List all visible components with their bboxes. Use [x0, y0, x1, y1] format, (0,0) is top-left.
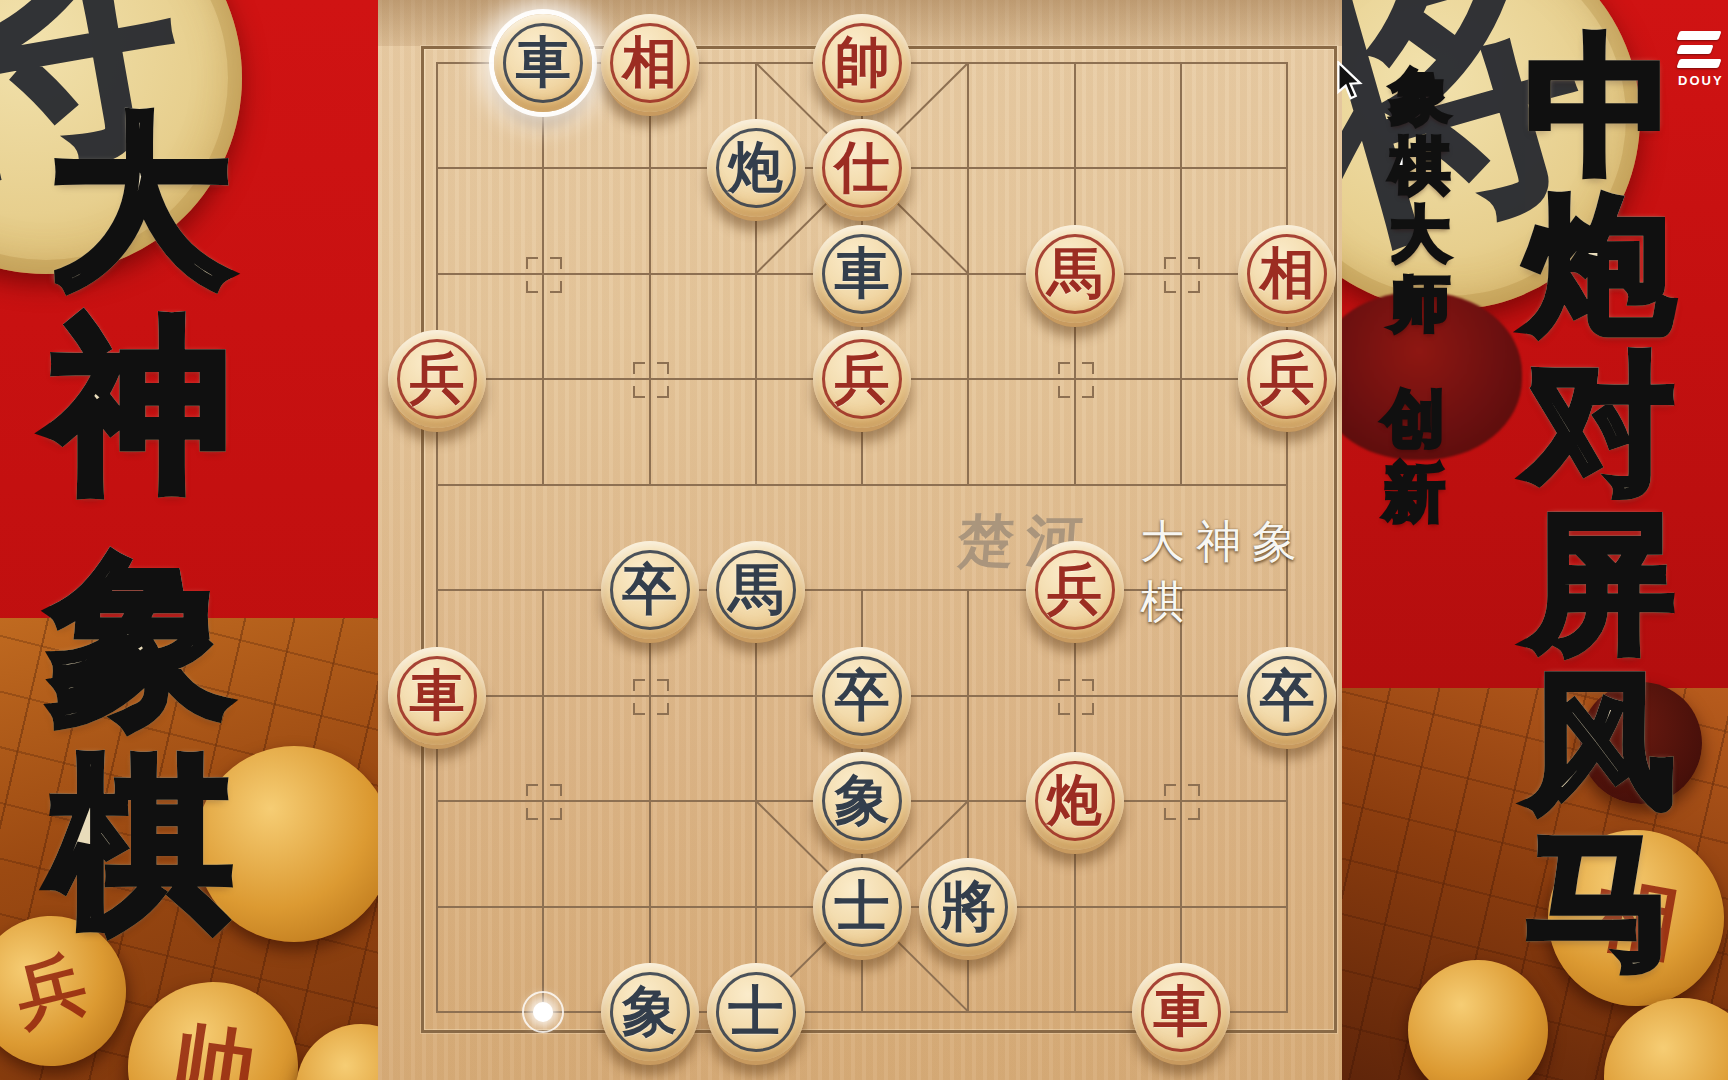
- piece-red-炮[interactable]: 炮: [1026, 752, 1124, 850]
- piece-red-兵[interactable]: 兵: [1238, 330, 1336, 428]
- piece-glyph: 兵: [813, 330, 911, 428]
- piece-red-相[interactable]: 相: [1238, 225, 1336, 323]
- piece-glyph: 士: [813, 858, 911, 956]
- left-banner: 将 兵 帅 大 神 象 棋: [0, 0, 378, 1080]
- title-char: 风: [1526, 662, 1674, 821]
- left-banner-title: 大 神 象 棋: [28, 100, 253, 944]
- title-char: 炮: [1526, 185, 1674, 344]
- right-banner-subtitle2: 创 新: [1376, 382, 1452, 530]
- piece-black-象[interactable]: 象: [601, 963, 699, 1061]
- mouse-cursor-icon: [1337, 61, 1365, 103]
- title-char: 神: [50, 303, 232, 506]
- douyin-logo-bar: [1676, 45, 1713, 54]
- piece-glyph: 象: [601, 963, 699, 1061]
- piece-glyph: 車: [813, 225, 911, 323]
- xiangqi-board: 楚河 漢界 大神象棋 車相帥炮仕車馬相兵兵兵卒馬兵車卒卒象炮士將象士車: [378, 0, 1342, 1080]
- piece-glyph: 炮: [707, 119, 805, 217]
- douyin-logo-text: DOUY: [1678, 73, 1728, 88]
- piece-red-兵[interactable]: 兵: [813, 330, 911, 428]
- piece-red-車[interactable]: 車: [1132, 963, 1230, 1061]
- piece-red-帥[interactable]: 帥: [813, 14, 911, 112]
- piece-black-士[interactable]: 士: [707, 963, 805, 1061]
- piece-glyph: 象: [813, 752, 911, 850]
- title-char: 棋: [50, 741, 232, 944]
- title-char: 马: [1526, 821, 1674, 980]
- subtitle-char: 象: [1390, 62, 1450, 131]
- subtitle-char: 棋: [1390, 131, 1450, 200]
- piece-red-仕[interactable]: 仕: [813, 119, 911, 217]
- piece-glyph: 仕: [813, 119, 911, 217]
- piece-glyph: 馬: [1026, 225, 1124, 323]
- douyin-logo: DOUY: [1678, 26, 1728, 88]
- piece-black-卒[interactable]: 卒: [1238, 647, 1336, 745]
- piece-black-馬[interactable]: 馬: [707, 541, 805, 639]
- piece-glyph: 兵: [388, 330, 486, 428]
- douyin-logo-bar: [1676, 31, 1721, 40]
- title-char: 对: [1526, 344, 1674, 503]
- piece-glyph: 車: [1132, 963, 1230, 1061]
- piece-black-象[interactable]: 象: [813, 752, 911, 850]
- title-char: 象: [50, 538, 232, 741]
- watermark-text: 大神象棋: [1140, 512, 1342, 632]
- piece-glyph: 炮: [1026, 752, 1124, 850]
- last-move-origin-marker: [533, 1002, 553, 1022]
- subtitle2-char: 新: [1383, 456, 1445, 530]
- piece-glyph: 將: [919, 858, 1017, 956]
- piece-black-炮[interactable]: 炮: [707, 119, 805, 217]
- piece-black-卒[interactable]: 卒: [813, 647, 911, 745]
- piece-black-卒[interactable]: 卒: [601, 541, 699, 639]
- title-char: 中: [1526, 26, 1674, 185]
- piece-black-將[interactable]: 將: [919, 858, 1017, 956]
- piece-glyph: 卒: [813, 647, 911, 745]
- piece-black-車[interactable]: 車: [813, 225, 911, 323]
- piece-glyph: 相: [601, 14, 699, 112]
- title-char: 大: [50, 100, 232, 303]
- piece-red-相[interactable]: 相: [601, 14, 699, 112]
- douyin-logo-bar: [1676, 59, 1721, 68]
- piece-glyph: 兵: [1026, 541, 1124, 639]
- piece-red-車[interactable]: 車: [388, 647, 486, 745]
- subtitle2-char: 创: [1383, 382, 1445, 456]
- subtitle-char: 师: [1390, 269, 1450, 338]
- piece-glyph: 馬: [707, 541, 805, 639]
- piece-glyph: 相: [1238, 225, 1336, 323]
- piece-glyph: 卒: [1238, 647, 1336, 745]
- piece-glyph: 車: [494, 14, 592, 112]
- piece-red-兵[interactable]: 兵: [388, 330, 486, 428]
- subtitle-char: 大: [1390, 200, 1450, 269]
- right-banner-subtitle: 象 棋 大 师: [1384, 62, 1456, 338]
- piece-glyph: 士: [707, 963, 805, 1061]
- right-banner-title: 中 炮 对 屏 风 马: [1505, 26, 1695, 980]
- title-char: 屏: [1526, 503, 1674, 662]
- piece-glyph: 帥: [813, 14, 911, 112]
- piece-glyph: 兵: [1238, 330, 1336, 428]
- right-banner: 将 相 象 棋 大 师 创 新 中 炮 对 屏 风 马: [1342, 0, 1728, 1080]
- screen: 楚河 漢界 大神象棋 車相帥炮仕車馬相兵兵兵卒馬兵車卒卒象炮士將象士車 将 兵 …: [0, 0, 1728, 1080]
- piece-glyph: 卒: [601, 541, 699, 639]
- piece-red-馬[interactable]: 馬: [1026, 225, 1124, 323]
- piece-black-車[interactable]: 車: [494, 14, 592, 112]
- piece-black-士[interactable]: 士: [813, 858, 911, 956]
- piece-glyph: 車: [388, 647, 486, 745]
- piece-red-兵[interactable]: 兵: [1026, 541, 1124, 639]
